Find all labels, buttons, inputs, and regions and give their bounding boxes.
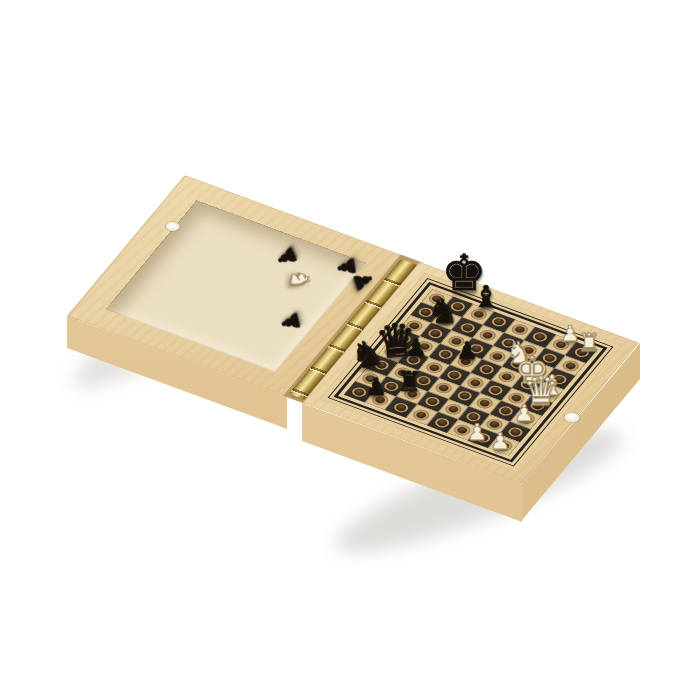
piece-white-pawn-g1: ♟: [467, 421, 488, 444]
piece-white-rook-h8: ♜: [578, 330, 600, 355]
piece-black-pawn-d5: ♟: [456, 339, 478, 363]
piece-black-knight-b7: ♞: [428, 294, 458, 328]
piece-white-pawn-h3: ♟: [514, 402, 535, 425]
piece-black-pawn-b1: ♟: [365, 375, 387, 399]
piece-black-bishop-c8: ♝: [473, 282, 500, 312]
piece-white-pawn-h1: ♟: [490, 430, 511, 453]
piece-layer: ♚♝♞♟♛♟♞♜♟♟♜♞♚♝♛♟♟♟♟♟♟♞♟: [0, 0, 700, 700]
tray-piece-black-pawn: ♟: [277, 309, 305, 335]
product-photo-page: { "game": "chess — magnetic wooden trave…: [0, 0, 700, 700]
piece-black-rook-c2: ♜: [397, 368, 421, 395]
product-photo-stage: ♚♝♞♟♛♟♞♜♟♟♜♞♚♝♛♟♟♟♟♟♟♞♟: [0, 0, 700, 700]
tray-piece-white-knight: ♞: [286, 267, 315, 293]
